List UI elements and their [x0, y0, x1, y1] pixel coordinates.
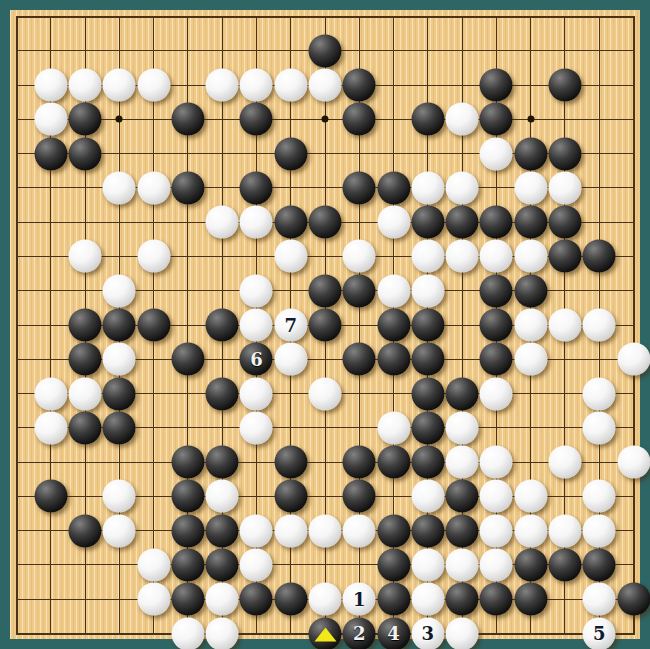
black-stone — [343, 446, 376, 479]
white-stone — [309, 514, 342, 547]
black-stone — [514, 274, 547, 307]
black-stone — [514, 206, 547, 239]
white-stone — [240, 548, 273, 581]
black-stone — [480, 206, 513, 239]
white-stone — [411, 240, 444, 273]
black-stone — [343, 171, 376, 204]
white-stone — [548, 309, 581, 342]
white-stone — [69, 377, 102, 410]
white-stone — [171, 617, 204, 649]
white-stone — [480, 377, 513, 410]
white-stone — [446, 617, 479, 649]
black-stone — [377, 583, 410, 616]
move-number-label: 1 — [353, 590, 366, 608]
black-stone — [377, 548, 410, 581]
white-stone — [274, 514, 307, 547]
black-stone — [309, 274, 342, 307]
black-stone — [548, 137, 581, 170]
black-stone — [480, 309, 513, 342]
white-stone — [583, 309, 616, 342]
white-stone — [480, 480, 513, 513]
move-number-label: 3 — [422, 625, 435, 643]
white-stone — [206, 480, 239, 513]
white-stone — [480, 137, 513, 170]
white-stone — [514, 309, 547, 342]
white-stone — [480, 240, 513, 273]
black-stone — [240, 171, 273, 204]
black-stone — [343, 103, 376, 136]
white-stone — [103, 171, 136, 204]
black-stone — [446, 514, 479, 547]
white-stone — [480, 514, 513, 547]
black-stone — [548, 548, 581, 581]
white-stone — [240, 274, 273, 307]
black-stone — [309, 206, 342, 239]
black-stone — [480, 343, 513, 376]
black-stone — [171, 480, 204, 513]
black-stone — [309, 309, 342, 342]
white-stone — [480, 548, 513, 581]
black-stone — [240, 103, 273, 136]
black-stone — [411, 206, 444, 239]
white-stone — [446, 171, 479, 204]
black-stone: 4 — [377, 617, 410, 649]
black-stone — [103, 411, 136, 444]
white-stone — [411, 548, 444, 581]
white-stone — [103, 343, 136, 376]
black-stone — [446, 480, 479, 513]
white-stone — [206, 69, 239, 102]
white-stone — [583, 514, 616, 547]
black-stone — [171, 583, 204, 616]
white-stone — [617, 343, 650, 376]
black-stone — [480, 274, 513, 307]
white-stone — [446, 446, 479, 479]
white-stone — [548, 171, 581, 204]
black-stone — [514, 583, 547, 616]
white-stone — [377, 206, 410, 239]
black-stone — [548, 69, 581, 102]
black-stone — [206, 377, 239, 410]
white-stone — [377, 274, 410, 307]
white-stone — [514, 514, 547, 547]
black-stone — [480, 103, 513, 136]
white-stone — [240, 377, 273, 410]
white-stone — [137, 583, 170, 616]
white-stone — [274, 69, 307, 102]
star-point — [322, 116, 329, 123]
black-stone — [309, 617, 342, 649]
white-stone — [548, 514, 581, 547]
black-stone — [274, 137, 307, 170]
black-stone — [377, 514, 410, 547]
move-number-label: 5 — [593, 625, 606, 643]
white-stone — [240, 206, 273, 239]
black-stone — [583, 548, 616, 581]
black-stone — [69, 343, 102, 376]
white-stone — [446, 411, 479, 444]
white-stone — [583, 411, 616, 444]
white-stone — [548, 446, 581, 479]
white-stone — [274, 240, 307, 273]
black-stone — [69, 411, 102, 444]
black-stone — [343, 343, 376, 376]
black-stone — [377, 309, 410, 342]
black-stone — [240, 583, 273, 616]
black-stone — [480, 583, 513, 616]
white-stone — [34, 377, 67, 410]
white-stone — [343, 240, 376, 273]
black-stone — [411, 411, 444, 444]
white-stone — [69, 240, 102, 273]
white-stone: 3 — [411, 617, 444, 649]
white-stone — [69, 69, 102, 102]
white-stone — [583, 377, 616, 410]
white-stone — [206, 206, 239, 239]
black-stone — [617, 583, 650, 616]
black-stone — [514, 137, 547, 170]
black-stone — [69, 103, 102, 136]
white-stone — [103, 274, 136, 307]
black-stone — [171, 514, 204, 547]
black-stone — [583, 240, 616, 273]
black-stone — [514, 548, 547, 581]
black-stone — [377, 343, 410, 376]
move-number-label: 7 — [284, 316, 297, 334]
black-stone — [377, 446, 410, 479]
black-stone — [343, 69, 376, 102]
black-stone — [34, 137, 67, 170]
move-number-label: 4 — [387, 625, 400, 643]
move-number-label: 2 — [353, 625, 366, 643]
white-stone — [514, 343, 547, 376]
white-stone — [480, 446, 513, 479]
white-stone: 1 — [343, 583, 376, 616]
black-stone — [206, 309, 239, 342]
black-stone: 6 — [240, 343, 273, 376]
black-stone — [446, 583, 479, 616]
black-stone — [377, 171, 410, 204]
black-stone — [171, 103, 204, 136]
black-stone: 2 — [343, 617, 376, 649]
black-stone — [137, 309, 170, 342]
white-stone — [137, 171, 170, 204]
white-stone — [411, 583, 444, 616]
white-stone — [206, 583, 239, 616]
white-stone — [137, 240, 170, 273]
black-stone — [69, 137, 102, 170]
white-stone — [309, 69, 342, 102]
star-point — [527, 116, 534, 123]
white-stone — [514, 240, 547, 273]
white-stone — [411, 480, 444, 513]
white-stone: 5 — [583, 617, 616, 649]
white-stone — [446, 240, 479, 273]
go-board[interactable]: 7612435 — [0, 0, 650, 649]
white-stone — [446, 548, 479, 581]
black-stone — [343, 480, 376, 513]
white-stone — [137, 548, 170, 581]
black-stone — [274, 583, 307, 616]
white-stone — [343, 514, 376, 547]
white-stone — [617, 446, 650, 479]
black-stone — [548, 240, 581, 273]
white-stone — [411, 171, 444, 204]
white-stone — [240, 411, 273, 444]
white-stone — [103, 480, 136, 513]
star-point — [116, 116, 123, 123]
black-stone — [446, 377, 479, 410]
white-stone — [411, 274, 444, 307]
white-stone — [103, 514, 136, 547]
white-stone — [240, 514, 273, 547]
white-stone — [274, 343, 307, 376]
black-stone — [411, 377, 444, 410]
black-stone — [69, 514, 102, 547]
black-stone — [34, 480, 67, 513]
white-stone — [240, 309, 273, 342]
white-stone — [103, 69, 136, 102]
move-number-label: 6 — [250, 350, 263, 368]
black-stone — [309, 34, 342, 67]
black-stone — [171, 171, 204, 204]
grid-line-horizontal — [16, 462, 635, 463]
black-stone — [480, 69, 513, 102]
black-stone — [103, 377, 136, 410]
black-stone — [171, 548, 204, 581]
white-stone — [309, 377, 342, 410]
black-stone — [274, 446, 307, 479]
white-stone — [240, 69, 273, 102]
white-stone — [34, 69, 67, 102]
black-stone — [411, 103, 444, 136]
black-stone — [206, 446, 239, 479]
black-stone — [343, 274, 376, 307]
black-stone — [411, 446, 444, 479]
triangle-marker — [314, 628, 336, 642]
black-stone — [274, 206, 307, 239]
black-stone — [206, 514, 239, 547]
white-stone — [377, 411, 410, 444]
black-stone — [411, 343, 444, 376]
black-stone — [171, 343, 204, 376]
white-stone: 7 — [274, 309, 307, 342]
black-stone — [446, 206, 479, 239]
white-stone — [514, 480, 547, 513]
white-stone — [514, 171, 547, 204]
black-stone — [548, 206, 581, 239]
white-stone — [309, 583, 342, 616]
white-stone — [446, 103, 479, 136]
black-stone — [103, 309, 136, 342]
black-stone — [411, 514, 444, 547]
black-stone — [206, 548, 239, 581]
grid-line-vertical — [633, 16, 635, 635]
white-stone — [34, 103, 67, 136]
white-stone — [583, 480, 616, 513]
black-stone — [69, 309, 102, 342]
black-stone — [274, 480, 307, 513]
black-stone — [411, 309, 444, 342]
white-stone — [137, 69, 170, 102]
white-stone — [583, 583, 616, 616]
white-stone — [34, 411, 67, 444]
white-stone — [206, 617, 239, 649]
black-stone — [171, 446, 204, 479]
